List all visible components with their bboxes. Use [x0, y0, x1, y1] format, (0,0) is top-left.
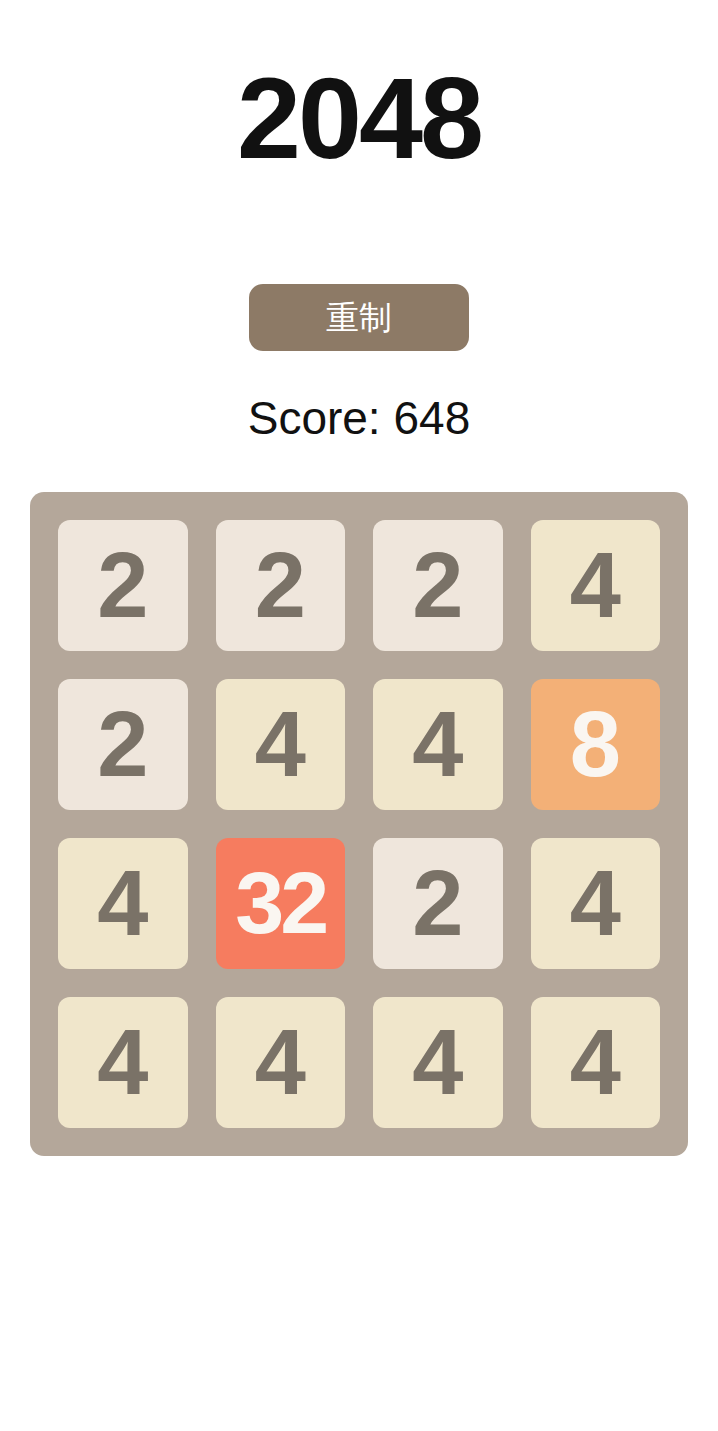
tile-r3c2: 4	[373, 997, 503, 1128]
tile-r0c0: 2	[58, 520, 188, 651]
game-board[interactable]: 22242448432244444	[30, 492, 688, 1156]
tile-r2c1: 32	[216, 838, 346, 969]
tile-r1c3: 8	[531, 679, 661, 810]
tile-r1c2: 4	[373, 679, 503, 810]
tile-r1c1: 4	[216, 679, 346, 810]
tile-r2c0: 4	[58, 838, 188, 969]
tile-r3c0: 4	[58, 997, 188, 1128]
tile-r0c1: 2	[216, 520, 346, 651]
tile-r2c3: 4	[531, 838, 661, 969]
score-label: Score:	[248, 392, 381, 444]
game-title: 2048	[0, 52, 718, 184]
score-value: 648	[394, 392, 471, 444]
tile-r3c3: 4	[531, 997, 661, 1128]
score-line: Score:648	[0, 393, 718, 444]
app: 2048 重制 Score:648 22242448432244444	[0, 0, 718, 1431]
tile-r0c2: 2	[373, 520, 503, 651]
tile-r0c3: 4	[531, 520, 661, 651]
tile-r2c2: 2	[373, 838, 503, 969]
reset-button[interactable]: 重制	[249, 284, 469, 351]
tile-r1c0: 2	[58, 679, 188, 810]
tile-r3c1: 4	[216, 997, 346, 1128]
